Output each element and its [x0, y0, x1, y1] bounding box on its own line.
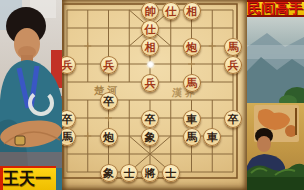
player2-face	[257, 136, 271, 152]
left-player-video	[0, 0, 62, 190]
black-piece-卒[interactable]: 卒	[62, 110, 76, 128]
left-player-illustration	[0, 0, 62, 190]
black-piece-將[interactable]: 將	[141, 164, 159, 182]
black-piece-象[interactable]: 象	[141, 128, 159, 146]
bottom-left-name-banner: 王天一	[0, 166, 56, 190]
red-piece-相[interactable]: 相	[183, 2, 201, 20]
scenery-video	[247, 17, 304, 103]
red-piece-馬[interactable]: 馬	[183, 74, 201, 92]
scroll-rod	[295, 108, 297, 135]
black-piece-馬[interactable]: 馬	[62, 128, 76, 146]
black-piece-卒[interactable]: 卒	[141, 110, 159, 128]
red-piece-炮[interactable]: 炮	[183, 38, 201, 56]
piece-layer: 帥仕相仕相炮馬兵兵兵兵馬卒卒卒車卒馬炮象馬車象士將士	[62, 0, 247, 190]
right-player-illustration	[247, 103, 304, 190]
red-piece-兵[interactable]: 兵	[224, 56, 242, 74]
last-move-origin-marker	[147, 61, 154, 68]
black-piece-象[interactable]: 象	[100, 164, 118, 182]
red-piece-仕[interactable]: 仕	[162, 2, 180, 20]
black-piece-馬[interactable]: 馬	[183, 128, 201, 146]
black-piece-炮[interactable]: 炮	[100, 128, 118, 146]
red-piece-帥[interactable]: 帥	[141, 2, 159, 20]
black-piece-卒[interactable]: 卒	[100, 92, 118, 110]
red-piece-兵[interactable]: 兵	[62, 56, 76, 74]
black-piece-士[interactable]: 士	[162, 164, 180, 182]
red-piece-兵[interactable]: 兵	[100, 56, 118, 74]
red-piece-相[interactable]: 相	[141, 38, 159, 56]
black-piece-車[interactable]: 車	[203, 128, 221, 146]
mountain-illustration	[247, 17, 304, 103]
right-player-video	[247, 103, 304, 190]
mist	[247, 45, 304, 59]
top-right-banner: 民间高手	[247, 0, 304, 17]
foreground-grass	[247, 177, 304, 190]
xiangqi-board: 楚河 漢界 帥仕相仕相炮馬兵兵兵兵馬卒卒卒車卒馬炮象馬車象士將士	[62, 0, 247, 190]
black-piece-卒[interactable]: 卒	[224, 110, 242, 128]
video-frame: 楚河 漢界 帥仕相仕相炮馬兵兵兵兵馬卒卒卒車卒馬炮象馬車象士將士 民间高手	[0, 0, 304, 190]
red-piece-馬[interactable]: 馬	[224, 38, 242, 56]
black-piece-士[interactable]: 士	[120, 164, 138, 182]
black-piece-車[interactable]: 車	[183, 110, 201, 128]
wristwatch	[15, 136, 25, 145]
red-piece-兵[interactable]: 兵	[141, 74, 159, 92]
red-piece-仕[interactable]: 仕	[141, 20, 159, 38]
